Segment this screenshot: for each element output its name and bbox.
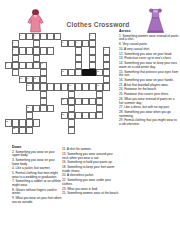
across-clue: 13. Protective cover up to one's chest. xyxy=(119,56,179,60)
down-clue: 5. Formal clothing that men might wear t… xyxy=(12,171,62,178)
grid-cell xyxy=(96,112,103,119)
clue-number: 17 xyxy=(69,84,71,86)
down-clue-list-left: 2. Something you wear on your upper body… xyxy=(12,150,62,203)
grid-cell xyxy=(33,119,40,126)
grid-cell: 16 xyxy=(26,83,33,90)
down-clue-list-right: 11. A shirt for women.13. Something you … xyxy=(62,147,120,195)
across-clue: 28. Something you wear when you go swimm… xyxy=(119,110,179,117)
grid-cell xyxy=(103,76,110,83)
clue-number: 23 xyxy=(13,127,15,129)
grid-cell xyxy=(82,83,89,90)
grid-cell xyxy=(75,98,82,105)
across-clue: 1. Something women wear instead of pants… xyxy=(119,34,179,41)
across-header: Across xyxy=(119,29,179,33)
grid-cell: 2 xyxy=(33,33,40,40)
down-clue: 22. Something you wear under your clothe… xyxy=(62,178,120,185)
grid-cell xyxy=(47,47,54,54)
grid-cell xyxy=(12,119,19,126)
grid-cell: 4 xyxy=(12,40,19,47)
down-clue: 25. Something women wear at the beach. xyxy=(62,191,120,195)
down-clue: 3. Something you wear on your lower body… xyxy=(12,158,62,165)
grid-cell xyxy=(89,112,96,119)
grid-cell xyxy=(12,69,19,76)
grid-cell xyxy=(19,47,26,54)
grid-cell xyxy=(33,62,40,69)
grid-cell xyxy=(40,69,47,76)
clue-number: 4 xyxy=(13,41,14,43)
grid-cell xyxy=(96,91,103,98)
clue-number: 19 xyxy=(62,98,64,100)
clue-number: 6 xyxy=(76,41,77,43)
grid-cell: 19 xyxy=(61,98,68,105)
clue-number: 20 xyxy=(27,106,29,108)
grid-cell: 17 xyxy=(68,83,75,90)
black-cell xyxy=(82,69,89,76)
clue-number: 10 xyxy=(41,62,43,64)
page-title: Clothes Crossword xyxy=(58,21,138,28)
grid-cell xyxy=(68,40,75,47)
down-clue: 20. A sleeveless jacket. xyxy=(62,173,120,177)
grid-cell xyxy=(96,98,103,105)
grid-cell xyxy=(89,55,96,62)
grid-cell xyxy=(40,98,47,105)
grid-cell: 18 xyxy=(96,83,103,90)
clue-number: 16 xyxy=(27,84,29,86)
grid-cell xyxy=(40,83,47,90)
across-clue: 21. A hat that baseball players wear. xyxy=(119,82,179,86)
grid-cell xyxy=(26,33,33,40)
down-clues-section-right: 11. A shirt for women.13. Something you … xyxy=(62,147,120,233)
grid-cell xyxy=(103,83,110,90)
across-clue-list: 1. Something women wear instead of pants… xyxy=(119,34,179,126)
grid-cell xyxy=(103,55,110,62)
across-clue: 16. Something you wear on your hands. xyxy=(119,78,179,82)
grid-cell xyxy=(19,62,26,69)
grid-cell: 12 xyxy=(96,69,103,76)
grid-cell xyxy=(26,127,33,134)
grid-cell xyxy=(33,55,40,62)
grid-cell xyxy=(103,62,110,69)
grid-cell xyxy=(12,62,19,69)
across-clue: 26. What you wear instead of pants on a … xyxy=(119,97,179,104)
down-clues-section-left: Down 2. Something you wear on your upper… xyxy=(12,145,62,233)
clue-number: 14 xyxy=(27,77,29,79)
grid-cell: 9 xyxy=(5,62,12,69)
grid-cell xyxy=(33,83,40,90)
grid-cell xyxy=(26,47,33,54)
grid-cell xyxy=(82,98,89,105)
grid-cell xyxy=(40,33,47,40)
black-cell xyxy=(89,69,96,76)
clue-number: 5 xyxy=(62,41,63,43)
across-clues-section: Across 1. Something women wear instead o… xyxy=(119,29,179,224)
grid-cell xyxy=(89,98,96,105)
down-clue: 11. A shirt for women. xyxy=(62,147,120,151)
across-clue: 10. A very casual shirt. xyxy=(119,47,179,51)
grid-cell xyxy=(75,83,82,90)
grid-cell xyxy=(68,119,75,126)
grid-cell xyxy=(40,91,47,98)
across-clue: 24. Footwear for the beach. xyxy=(119,87,179,91)
grid-cell xyxy=(68,105,75,112)
across-clue: 12. Something you wear on your head. xyxy=(119,51,179,55)
pink-blouse-clipart-icon xyxy=(27,9,44,34)
down-clue: 23. What you wear in bed. xyxy=(62,186,120,190)
down-clue: 7. Something a soldier or an athlete mig… xyxy=(12,179,62,186)
grid-cell xyxy=(68,112,75,119)
down-clue: 16. Something to hold your pants up. xyxy=(62,160,120,164)
grid-cell: 13 xyxy=(19,76,26,83)
grid-cell xyxy=(103,69,110,76)
clue-number: 8 xyxy=(104,48,105,50)
across-clue: 25. Footwear that covers your shins. xyxy=(119,92,179,96)
grid-cell xyxy=(40,105,47,112)
grid-cell xyxy=(40,47,47,54)
down-clue: 4. Like a jacket, but warmer. xyxy=(12,166,62,170)
grid-cell xyxy=(89,62,96,69)
clue-number: 21 xyxy=(62,113,64,115)
grid-cell xyxy=(68,98,75,105)
clue-number: 12 xyxy=(97,70,99,72)
grid-cell xyxy=(96,105,103,112)
across-clue: 29. Formal clothing that you might wear … xyxy=(119,118,179,125)
clue-number: 3 xyxy=(90,34,91,36)
grid-cell xyxy=(54,33,61,40)
grid-cell: 6 xyxy=(75,40,82,47)
clue-number: 22 xyxy=(6,120,8,122)
grid-cell xyxy=(33,47,40,54)
grid-cell: 11 xyxy=(61,69,68,76)
grid-cell xyxy=(82,112,89,119)
clue-number: 15 xyxy=(34,77,36,79)
across-clue: 27. Like a dress, but with no top part. xyxy=(119,105,179,109)
clue-number: 2 xyxy=(34,34,35,36)
grid-cell: 10 xyxy=(40,62,47,69)
grid-cell xyxy=(47,105,54,112)
down-header: Down xyxy=(12,145,62,149)
grid-cell: 8 xyxy=(103,47,110,54)
grid-cell: 3 xyxy=(89,33,96,40)
grid-cell xyxy=(82,40,89,47)
grid-cell xyxy=(75,47,82,54)
down-clue: 2. Something you wear on your upper body… xyxy=(12,150,62,157)
grid-cell xyxy=(89,40,96,47)
grid-cell xyxy=(40,76,47,83)
grid-cell xyxy=(68,69,75,76)
across-clue: 15. Something that protects your eyes fr… xyxy=(119,69,179,76)
down-clue: 13. Something you wear around your neck … xyxy=(62,152,120,159)
grid-cell: 23 xyxy=(12,127,19,134)
clue-number: 1 xyxy=(20,34,21,36)
grid-cell xyxy=(89,83,96,90)
grid-cell xyxy=(75,62,82,69)
across-clue: 6. Very casual pants. xyxy=(119,42,179,46)
grid-cell xyxy=(68,127,75,134)
grid-cell: 21 xyxy=(61,112,68,119)
grid-cell xyxy=(33,40,40,47)
clue-number: 11 xyxy=(62,70,64,72)
grid-cell: 22 xyxy=(5,119,12,126)
worksheet-page: Clothes Crossword 1234567891011121314151… xyxy=(0,0,180,233)
grid-cell xyxy=(75,112,82,119)
grid-cell xyxy=(61,83,68,90)
down-clue: 8. Gloves without fingers used in winter… xyxy=(12,187,62,194)
down-clue: 9. What you wear on your feet when you g… xyxy=(12,196,62,203)
grid-cell xyxy=(89,47,96,54)
grid-cell: 5 xyxy=(61,40,68,47)
grid-cell xyxy=(26,119,33,126)
grid-cell xyxy=(26,112,33,119)
grid-cell xyxy=(47,83,54,90)
grid-cell xyxy=(54,83,61,90)
down-clue: 18. Something to keep your feet warm ins… xyxy=(62,165,120,172)
grid-cell xyxy=(47,33,54,40)
grid-cell: 20 xyxy=(26,105,33,112)
grid-cell xyxy=(33,105,40,112)
grid-cell: 1 xyxy=(19,33,26,40)
grid-cell xyxy=(68,91,75,98)
clue-number: 7 xyxy=(13,48,14,50)
across-clue: 14. Something you wear to keep your ears… xyxy=(119,61,179,68)
grid-cell xyxy=(26,62,33,69)
clue-number: 13 xyxy=(20,77,22,79)
grid-cell: 15 xyxy=(33,76,40,83)
grid-cell xyxy=(75,55,82,62)
grid-cell: 14 xyxy=(26,76,33,83)
clue-number: 18 xyxy=(97,84,99,86)
grid-cell: 7 xyxy=(12,47,19,54)
grid-cell xyxy=(19,127,26,134)
grid-cell xyxy=(12,55,19,62)
grid-cell xyxy=(75,69,82,76)
grid-cell xyxy=(19,119,26,126)
clue-number: 9 xyxy=(6,62,7,64)
